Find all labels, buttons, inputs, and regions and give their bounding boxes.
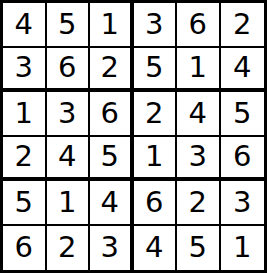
cell-r2c6[interactable]: 4 <box>221 48 265 93</box>
cell-r4c4[interactable]: 1 <box>134 137 178 182</box>
cell-r3c4[interactable]: 2 <box>134 92 178 137</box>
cell-r6c5[interactable]: 5 <box>177 226 221 271</box>
cell-r1c4[interactable]: 3 <box>134 3 178 48</box>
cell-r2c5[interactable]: 1 <box>177 48 221 93</box>
cell-r6c6[interactable]: 1 <box>221 226 265 271</box>
cell-r3c5[interactable]: 4 <box>177 92 221 137</box>
cell-r1c6[interactable]: 2 <box>221 3 265 48</box>
cell-r3c1[interactable]: 1 <box>3 92 47 137</box>
cell-r1c2[interactable]: 5 <box>47 3 91 48</box>
cell-r6c2[interactable]: 2 <box>47 226 91 271</box>
cell-r2c1[interactable]: 3 <box>3 48 47 93</box>
cell-r2c3[interactable]: 2 <box>90 48 134 93</box>
cell-r4c1[interactable]: 2 <box>3 137 47 182</box>
cell-r1c1[interactable]: 4 <box>3 3 47 48</box>
cell-r4c6[interactable]: 6 <box>221 137 265 182</box>
cell-r1c3[interactable]: 1 <box>90 3 134 48</box>
cell-r3c2[interactable]: 3 <box>47 92 91 137</box>
sudoku-board: 451362362514136245245136514623623451 <box>0 0 267 273</box>
cell-r3c3[interactable]: 6 <box>90 92 134 137</box>
cell-r5c4[interactable]: 6 <box>134 181 178 226</box>
cell-r6c4[interactable]: 4 <box>134 226 178 271</box>
cell-r2c4[interactable]: 5 <box>134 48 178 93</box>
cell-r6c1[interactable]: 6 <box>3 226 47 271</box>
cell-r4c3[interactable]: 5 <box>90 137 134 182</box>
cell-r5c1[interactable]: 5 <box>3 181 47 226</box>
cell-r5c5[interactable]: 2 <box>177 181 221 226</box>
cell-r4c5[interactable]: 3 <box>177 137 221 182</box>
cell-r4c2[interactable]: 4 <box>47 137 91 182</box>
cell-r5c6[interactable]: 3 <box>221 181 265 226</box>
cell-r5c3[interactable]: 4 <box>90 181 134 226</box>
cell-r3c6[interactable]: 5 <box>221 92 265 137</box>
cell-r6c3[interactable]: 3 <box>90 226 134 271</box>
cell-r5c2[interactable]: 1 <box>47 181 91 226</box>
cell-r2c2[interactable]: 6 <box>47 48 91 93</box>
cell-r1c5[interactable]: 6 <box>177 3 221 48</box>
